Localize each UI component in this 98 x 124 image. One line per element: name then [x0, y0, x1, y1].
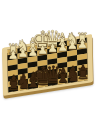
chess-board[interactable]: ♜♞♝♚♛♝♞♜♟♟♟♟♟♟♟♟♟♟♟♟♟♟♟♟♜♞♝♚♛♝♞♜ — [7, 38, 87, 93]
chess-set-photo: ♜♞♝♚♛♝♞♜♟♟♟♟♟♟♟♟♟♟♟♟♟♟♟♟♜♞♝♚♛♝♞♜ — [0, 0, 98, 124]
piece-black-rook[interactable]: ♜ — [76, 67, 90, 82]
square-a8[interactable]: ♜ — [78, 75, 88, 82]
